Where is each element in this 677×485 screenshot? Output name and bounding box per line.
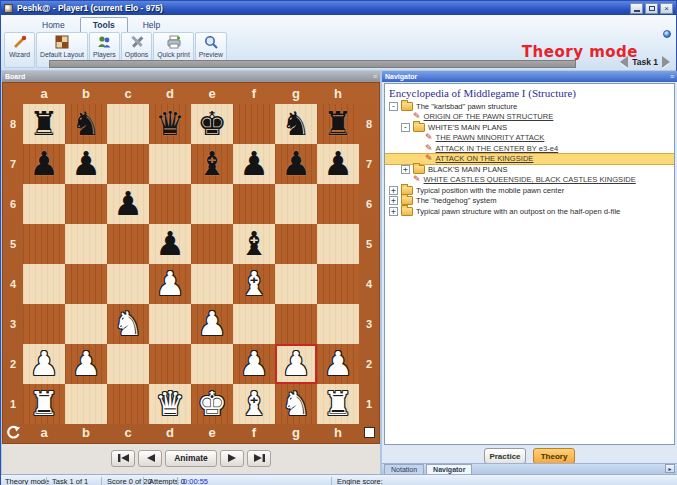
collapse-icon[interactable]: - bbox=[401, 123, 410, 132]
square-d1[interactable]: ♛ bbox=[149, 384, 191, 424]
square-c6[interactable]: ♟ bbox=[107, 184, 149, 224]
square-c5[interactable] bbox=[107, 224, 149, 264]
board-grid: ♜♞♛♚♞♜♟♟♝♟♟♟♟♟♝♟♝♞♟♟♟♟♟♟♜♛♚♝♞♜ bbox=[23, 104, 359, 424]
printer-icon bbox=[166, 34, 182, 50]
square-a6[interactable] bbox=[23, 184, 65, 224]
tree-item-label: The "hedgehog" system bbox=[416, 196, 497, 205]
square-g4[interactable] bbox=[275, 264, 317, 304]
square-a8[interactable]: ♜ bbox=[23, 104, 65, 144]
square-f5[interactable]: ♝ bbox=[233, 224, 275, 264]
minimize-button[interactable] bbox=[630, 3, 643, 14]
square-a7[interactable]: ♟ bbox=[23, 144, 65, 184]
last-move-button[interactable] bbox=[247, 450, 271, 467]
white-rook: ♜ bbox=[29, 384, 59, 424]
square-d7[interactable] bbox=[149, 144, 191, 184]
status-engine-score: Engine score: bbox=[331, 477, 383, 485]
square-c7[interactable] bbox=[107, 144, 149, 184]
white-pawn: ♟ bbox=[71, 344, 101, 384]
file-labels-top: abcdefgh bbox=[23, 83, 359, 104]
square-d3[interactable] bbox=[149, 304, 191, 344]
rank-label-7: 7 bbox=[359, 144, 379, 184]
tree-item-label: BLACK'S MAIN PLANS bbox=[428, 165, 508, 174]
tab-notation[interactable]: Notation bbox=[384, 464, 424, 474]
white-bishop: ♝ bbox=[239, 384, 269, 424]
tree-item-label: WHITE CASTLES QUEENSIDE, BLACK CASTLES K… bbox=[424, 175, 636, 184]
file-label-c: c bbox=[107, 422, 149, 443]
tab-navigator[interactable]: Navigator bbox=[426, 464, 472, 474]
square-h3[interactable] bbox=[317, 304, 359, 344]
square-b7[interactable]: ♟ bbox=[65, 144, 107, 184]
square-h4[interactable] bbox=[317, 264, 359, 304]
square-b1[interactable] bbox=[65, 384, 107, 424]
navigator-panel-header: Navigator ≡ bbox=[382, 71, 677, 82]
course-title: Encyclopedia of Middlegame I (Structure) bbox=[385, 84, 674, 101]
preview-icon bbox=[203, 34, 219, 50]
file-label-c: c bbox=[107, 83, 149, 104]
tree-folder[interactable]: +BLACK'S MAIN PLANS bbox=[385, 164, 674, 175]
tab-home[interactable]: Home bbox=[29, 17, 78, 32]
file-label-b: b bbox=[65, 83, 107, 104]
file-label-d: d bbox=[149, 83, 191, 104]
window-title: Peshk@ - Player1 (current Elo - 975) bbox=[17, 3, 630, 13]
tree-article[interactable]: +✎WHITE CASTLES QUEENSIDE, BLACK CASTLES… bbox=[385, 175, 674, 186]
rank-label-1: 1 bbox=[359, 384, 379, 424]
square-c2[interactable] bbox=[107, 344, 149, 384]
theory-button[interactable]: Theory bbox=[533, 448, 575, 464]
rank-label-3: 3 bbox=[359, 304, 379, 344]
square-a5[interactable] bbox=[23, 224, 65, 264]
tree-folder[interactable]: -WHITE'S MAIN PLANS bbox=[385, 122, 674, 133]
square-h8[interactable]: ♜ bbox=[317, 104, 359, 144]
white-pawn: ♟ bbox=[323, 344, 353, 384]
square-g3[interactable] bbox=[275, 304, 317, 344]
square-b6[interactable] bbox=[65, 184, 107, 224]
square-h6[interactable] bbox=[317, 184, 359, 224]
square-b2[interactable]: ♟ bbox=[65, 344, 107, 384]
file-label-e: e bbox=[191, 422, 233, 443]
black-pawn: ♟ bbox=[281, 144, 311, 184]
tree-item-label: ATTACK ON THE KINGSIDE bbox=[436, 154, 534, 163]
tab-help[interactable]: Help bbox=[130, 17, 173, 32]
status-timer[interactable]: 0:00:55 bbox=[177, 477, 208, 485]
file-label-g: g bbox=[275, 83, 317, 104]
square-c3[interactable]: ♞ bbox=[107, 304, 149, 344]
rank-label-1: 1 bbox=[3, 384, 23, 424]
file-label-h: h bbox=[317, 83, 359, 104]
square-e6[interactable] bbox=[191, 184, 233, 224]
first-move-button[interactable] bbox=[111, 450, 135, 467]
square-c1[interactable] bbox=[107, 384, 149, 424]
panel-menu-icon[interactable]: ≡ bbox=[373, 73, 377, 80]
board-panel-title: Board bbox=[5, 73, 25, 80]
square-g8[interactable]: ♞ bbox=[275, 104, 317, 144]
file-label-g: g bbox=[275, 422, 317, 443]
square-h2[interactable]: ♟ bbox=[317, 344, 359, 384]
rank-label-8: 8 bbox=[3, 104, 23, 144]
task-row: Task 1 bbox=[1, 56, 676, 71]
black-pawn: ♟ bbox=[113, 184, 143, 224]
square-f7[interactable]: ♟ bbox=[233, 144, 275, 184]
square-c4[interactable] bbox=[107, 264, 149, 304]
black-queen: ♛ bbox=[155, 104, 185, 144]
rank-label-4: 4 bbox=[359, 264, 379, 304]
square-b8[interactable]: ♞ bbox=[65, 104, 107, 144]
tree-item-label: Typical pawn structure with an outpost o… bbox=[416, 207, 620, 216]
square-f4[interactable]: ♝ bbox=[233, 264, 275, 304]
file-label-d: d bbox=[149, 422, 191, 443]
square-b5[interactable] bbox=[65, 224, 107, 264]
navigator-panel-title: Navigator bbox=[385, 73, 417, 80]
white-knight: ♞ bbox=[281, 384, 311, 424]
white-rook: ♜ bbox=[323, 384, 353, 424]
square-g2[interactable]: ♟ bbox=[275, 344, 317, 384]
white-king: ♚ bbox=[197, 384, 227, 424]
black-rook: ♜ bbox=[323, 104, 353, 144]
square-a4[interactable] bbox=[23, 264, 65, 304]
square-e3[interactable]: ♟ bbox=[191, 304, 233, 344]
square-e8[interactable]: ♚ bbox=[191, 104, 233, 144]
status-mode: Theory mode bbox=[5, 477, 49, 485]
tree-item-label: THE PAWN MINORITY ATTACK bbox=[436, 133, 545, 142]
square-f6[interactable] bbox=[233, 184, 275, 224]
rank-label-6: 6 bbox=[359, 184, 379, 224]
file-label-f: f bbox=[233, 83, 275, 104]
square-h1[interactable]: ♜ bbox=[317, 384, 359, 424]
black-pawn: ♟ bbox=[29, 144, 59, 184]
tree-article[interactable]: +✎ATTACK IN THE CENTER BY e3-e4 bbox=[385, 143, 674, 154]
file-label-f: f bbox=[233, 422, 275, 443]
square-d8[interactable]: ♛ bbox=[149, 104, 191, 144]
board-panel-header: Board ≡ bbox=[2, 71, 380, 82]
file-labels-bottom: abcdefgh bbox=[23, 422, 359, 443]
article-icon: ✎ bbox=[425, 133, 433, 142]
tree-item-label: WHITE'S MAIN PLANS bbox=[428, 123, 507, 132]
players-icon bbox=[96, 34, 112, 50]
peshka-window: Peshk@ - Player1 (current Elo - 975) × H… bbox=[0, 0, 677, 485]
square-e5[interactable] bbox=[191, 224, 233, 264]
close-button[interactable]: × bbox=[660, 3, 673, 14]
black-knight: ♞ bbox=[281, 104, 311, 144]
square-d2[interactable] bbox=[149, 344, 191, 384]
square-d5[interactable]: ♟ bbox=[149, 224, 191, 264]
tree-folder[interactable]: +Typical pawn structure with an outpost … bbox=[385, 206, 674, 217]
flip-board-icon[interactable] bbox=[5, 424, 22, 441]
rank-label-2: 2 bbox=[3, 344, 23, 384]
square-g7[interactable]: ♟ bbox=[275, 144, 317, 184]
black-pawn: ♟ bbox=[323, 144, 353, 184]
options-icon bbox=[129, 34, 145, 50]
tree-item-label: ORIGIN OF THE PAWN STRUCTURE bbox=[424, 112, 554, 121]
square-e1[interactable]: ♚ bbox=[191, 384, 233, 424]
square-h5[interactable] bbox=[317, 224, 359, 264]
next-move-button[interactable] bbox=[220, 450, 244, 467]
tree-item-label: Typical position with the mobile pawn ce… bbox=[416, 186, 564, 195]
square-d6[interactable] bbox=[149, 184, 191, 224]
rank-label-5: 5 bbox=[359, 224, 379, 264]
prev-task-icon[interactable] bbox=[620, 56, 628, 68]
animate-button[interactable]: Animate bbox=[165, 450, 217, 467]
white-pawn: ♟ bbox=[197, 304, 227, 344]
rank-label-2: 2 bbox=[359, 344, 379, 384]
folder-icon bbox=[413, 165, 425, 174]
tree-article[interactable]: +✎THE PAWN MINORITY ATTACK bbox=[385, 133, 674, 144]
black-bishop: ♝ bbox=[239, 224, 269, 264]
panel-menu-icon[interactable]: ≡ bbox=[670, 73, 674, 80]
expand-icon[interactable]: + bbox=[389, 207, 398, 216]
white-pawn: ♟ bbox=[155, 264, 185, 304]
black-rook: ♜ bbox=[29, 104, 59, 144]
black-king: ♚ bbox=[197, 104, 227, 144]
article-icon: ✎ bbox=[413, 175, 421, 184]
tree-article[interactable]: +✎ATTACK ON THE KINGSIDE bbox=[385, 154, 674, 165]
tab-tools[interactable]: Tools bbox=[80, 17, 128, 32]
rank-label-6: 6 bbox=[3, 184, 23, 224]
next-task-icon[interactable] bbox=[662, 56, 670, 68]
expand-icon[interactable]: + bbox=[389, 186, 398, 195]
black-pawn: ♟ bbox=[239, 144, 269, 184]
square-f1[interactable]: ♝ bbox=[233, 384, 275, 424]
folder-icon bbox=[401, 102, 413, 111]
rank-label-5: 5 bbox=[3, 224, 23, 264]
black-pawn: ♟ bbox=[71, 144, 101, 184]
panel-tabs-row: Notation Navigator ▸ bbox=[382, 463, 677, 474]
square-a3[interactable] bbox=[23, 304, 65, 344]
expand-icon[interactable]: + bbox=[389, 196, 398, 205]
move-nav-row: Animate bbox=[2, 445, 380, 471]
app-icon bbox=[4, 4, 13, 13]
square-g6[interactable] bbox=[275, 184, 317, 224]
black-pawn: ♟ bbox=[155, 224, 185, 264]
layout-icon bbox=[54, 34, 70, 50]
square-b3[interactable] bbox=[65, 304, 107, 344]
black-bishop: ♝ bbox=[197, 144, 227, 184]
square-a1[interactable]: ♜ bbox=[23, 384, 65, 424]
square-h7[interactable]: ♟ bbox=[317, 144, 359, 184]
white-bishop: ♝ bbox=[239, 264, 269, 304]
square-a2[interactable]: ♟ bbox=[23, 344, 65, 384]
task-progress-bar bbox=[49, 60, 576, 68]
square-e2[interactable] bbox=[191, 344, 233, 384]
navigator-tree: Encyclopedia of Middlegame I (Structure)… bbox=[384, 83, 675, 445]
square-e4[interactable] bbox=[191, 264, 233, 304]
board-panel: Board ≡ abcdefgh abcdefgh 87654321 87654… bbox=[2, 71, 380, 474]
rank-labels-right: 87654321 bbox=[359, 104, 379, 424]
tree-item-label: ATTACK IN THE CENTER BY e3-e4 bbox=[436, 144, 559, 153]
file-label-b: b bbox=[65, 422, 107, 443]
article-icon: ✎ bbox=[425, 154, 433, 163]
square-f8[interactable] bbox=[233, 104, 275, 144]
rank-label-8: 8 bbox=[359, 104, 379, 144]
square-d4[interactable]: ♟ bbox=[149, 264, 191, 304]
file-label-a: a bbox=[23, 422, 65, 443]
square-f3[interactable] bbox=[233, 304, 275, 344]
task-label: Task 1 bbox=[632, 57, 658, 67]
tree-folder[interactable]: +Typical position with the mobile pawn c… bbox=[385, 185, 674, 196]
practice-button[interactable]: Practice bbox=[484, 448, 526, 464]
folder-icon bbox=[413, 123, 425, 132]
navigator-panel: Navigator ≡ Encyclopedia of Middlegame I… bbox=[382, 71, 677, 474]
tree-folder[interactable]: -The "karlsbad" pawn structure bbox=[385, 101, 674, 112]
square-c8[interactable] bbox=[107, 104, 149, 144]
restore-button[interactable] bbox=[645, 3, 658, 14]
rank-label-4: 4 bbox=[3, 264, 23, 304]
white-pawn: ♟ bbox=[239, 344, 269, 384]
tree-folder[interactable]: +The "hedgehog" system bbox=[385, 196, 674, 207]
status-task: Task 1 of 1 bbox=[46, 477, 88, 485]
square-b4[interactable] bbox=[65, 264, 107, 304]
square-g5[interactable] bbox=[275, 224, 317, 264]
board-frame: abcdefgh abcdefgh 87654321 87654321 ♜♞♛♚… bbox=[2, 82, 380, 444]
tab-list-icon[interactable]: ▸ bbox=[665, 464, 675, 473]
file-label-e: e bbox=[191, 83, 233, 104]
rank-label-7: 7 bbox=[3, 144, 23, 184]
white-pawn: ♟ bbox=[29, 344, 59, 384]
white-pawn: ♟ bbox=[281, 344, 311, 384]
folder-icon bbox=[401, 207, 413, 216]
status-bar: Theory mode Task 1 of 1 Score 0 of 20 At… bbox=[1, 474, 677, 485]
file-label-h: h bbox=[317, 422, 359, 443]
square-g1[interactable]: ♞ bbox=[275, 384, 317, 424]
side-to-move-indicator bbox=[364, 427, 375, 438]
file-label-a: a bbox=[23, 83, 65, 104]
article-icon: ✎ bbox=[425, 144, 433, 153]
tree-item-label: The "karlsbad" pawn structure bbox=[416, 102, 517, 111]
title-bar: Peshk@ - Player1 (current Elo - 975) × bbox=[1, 1, 676, 15]
square-f2[interactable]: ♟ bbox=[233, 344, 275, 384]
square-e7[interactable]: ♝ bbox=[191, 144, 233, 184]
collapse-icon[interactable]: - bbox=[389, 102, 398, 111]
wand-icon bbox=[12, 34, 28, 50]
rank-labels-left: 87654321 bbox=[3, 104, 23, 424]
white-knight: ♞ bbox=[113, 304, 143, 344]
expand-icon[interactable]: + bbox=[401, 165, 410, 174]
white-queen: ♛ bbox=[155, 384, 185, 424]
prev-move-button[interactable] bbox=[138, 450, 162, 467]
black-knight: ♞ bbox=[71, 104, 101, 144]
rank-label-3: 3 bbox=[3, 304, 23, 344]
tree-article[interactable]: +✎ORIGIN OF THE PAWN STRUCTURE bbox=[385, 112, 674, 123]
app-menu-icon[interactable] bbox=[663, 30, 671, 38]
